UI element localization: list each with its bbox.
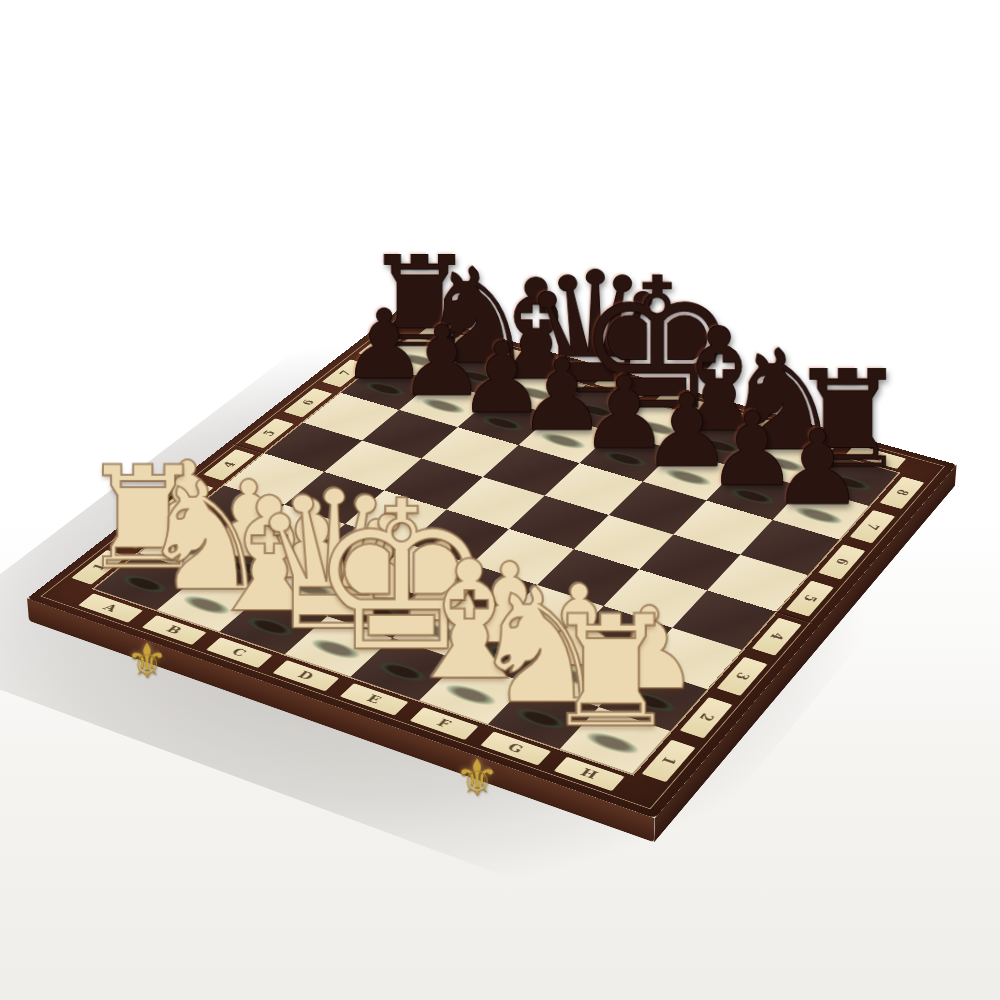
coord-label-8: 8 [892, 488, 912, 497]
chess-board: ABCDEFGH ABCDEFGH 87654321 87654321 ♜♞♝♛… [27, 310, 957, 818]
coord-label-E: E [675, 398, 692, 408]
piece-white-rook[interactable]: ♜ [542, 602, 681, 744]
coord-label-8: 8 [372, 341, 391, 349]
coord-label-C: C [554, 364, 571, 374]
coord-label-F: F [738, 415, 754, 425]
brass-clasp-icon: ⚜ [455, 753, 499, 803]
coord-label-H: H [866, 451, 886, 462]
brass-clasp-icon: ⚜ [126, 637, 168, 684]
coord-label-6: 6 [299, 398, 318, 406]
coord-label-7: 7 [336, 369, 355, 377]
coord-label-B: B [495, 348, 513, 358]
coord-label-5: 5 [260, 429, 280, 438]
coord-label-A: A [437, 332, 454, 341]
photo-background: ABCDEFGH ABCDEFGH 87654321 87654321 ♜♞♝♛… [0, 0, 1000, 1000]
coord-label-D: D [613, 381, 631, 391]
coord-label-G: G [801, 433, 819, 444]
scene: ABCDEFGH ABCDEFGH 87654321 87654321 ♜♞♝♛… [0, 0, 1000, 1000]
